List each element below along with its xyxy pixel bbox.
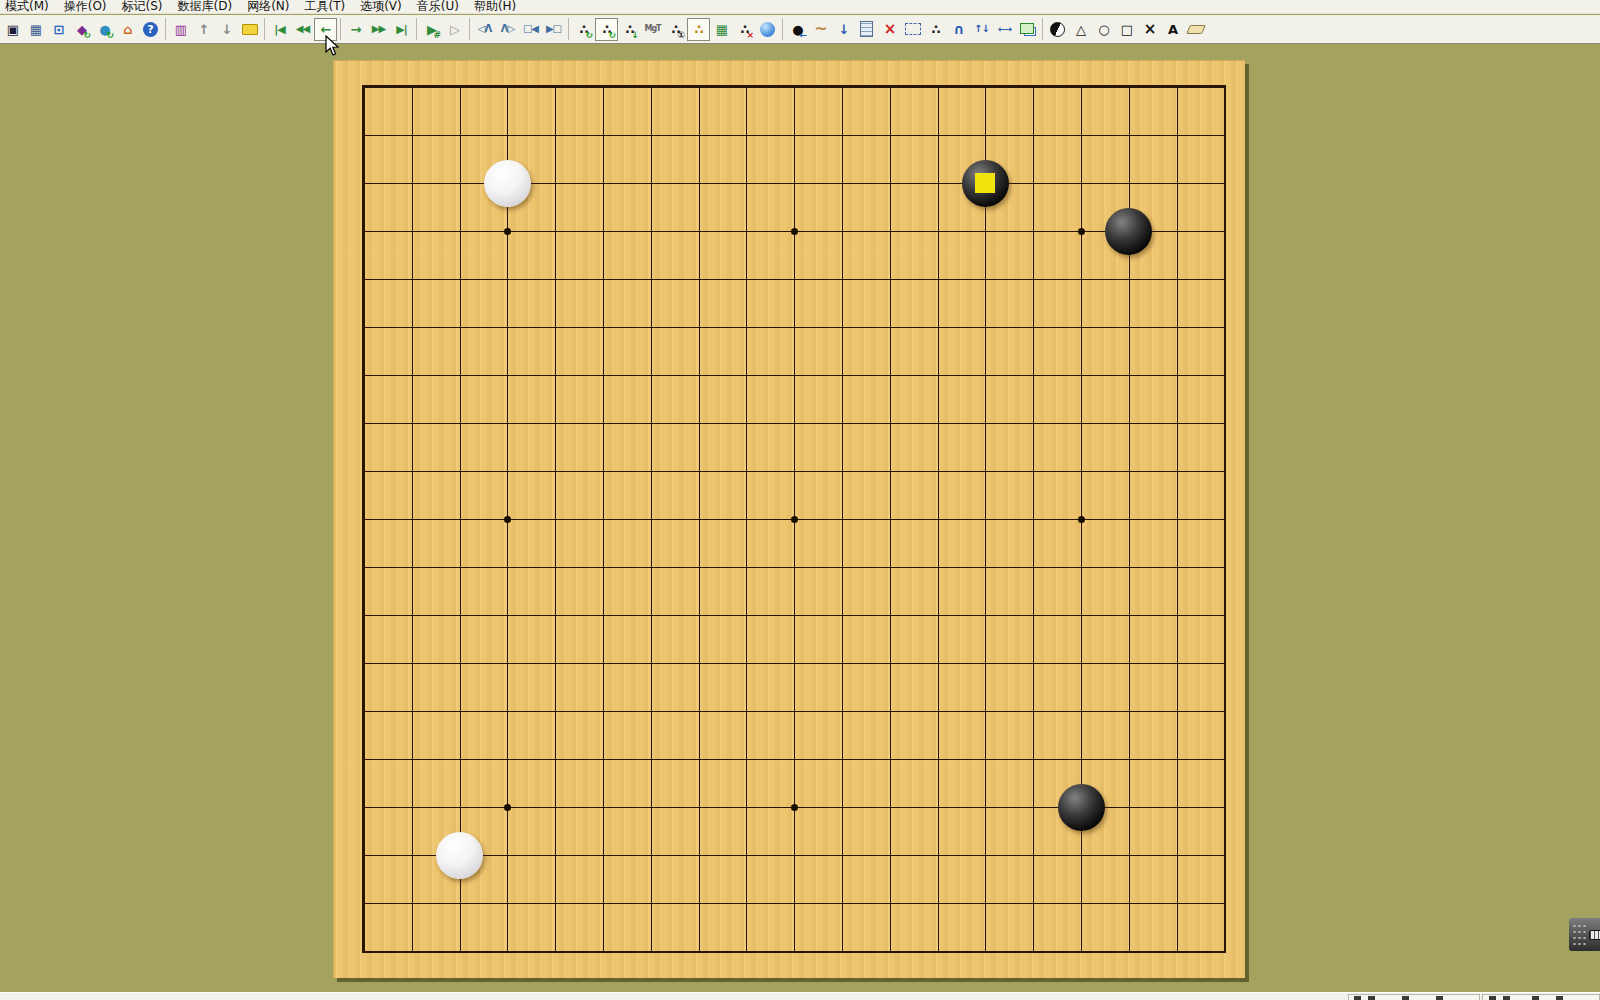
board-cell (699, 183, 747, 231)
board-cell (794, 183, 842, 231)
board-cell (603, 711, 651, 759)
board-cell (842, 663, 890, 711)
board-cell (1033, 855, 1081, 903)
board-cell (1033, 423, 1081, 471)
board-cell (364, 855, 412, 903)
board-cell (1033, 183, 1081, 231)
board-cell (746, 711, 794, 759)
board-cell (1033, 471, 1081, 519)
board-cell (555, 759, 603, 807)
letter-marker-icon[interactable]: A (1161, 18, 1184, 41)
board-cell (412, 87, 460, 135)
board-cell (364, 423, 412, 471)
board-cell (794, 711, 842, 759)
board-cell (364, 903, 412, 951)
board-cell (507, 279, 555, 327)
prev-branch-icon[interactable]: ◁Λ (473, 18, 496, 41)
delete-node-icon[interactable]: × (878, 18, 901, 41)
board-cell (1033, 279, 1081, 327)
board-cell (699, 567, 747, 615)
stone-marker-icon (1050, 22, 1065, 37)
board-cell (1129, 135, 1177, 183)
board-cell (1081, 711, 1129, 759)
toolbar-separator (165, 18, 166, 40)
drag-dots-icon (1572, 923, 1586, 947)
statusbar-icon-sliver (1368, 996, 1375, 1000)
keyboard-icon[interactable] (1589, 930, 1600, 940)
board-cell (460, 903, 508, 951)
board-cell (842, 87, 890, 135)
back-fast-icon[interactable]: ◀◀ (291, 18, 314, 41)
board-cell (555, 279, 603, 327)
mark-dots-icon[interactable]: ∴ (924, 18, 947, 41)
board-cell (555, 183, 603, 231)
menu-item-5[interactable]: 工具(T) (304, 0, 345, 13)
board-cell (890, 519, 938, 567)
board-cell (699, 231, 747, 279)
board-cell (890, 615, 938, 663)
star-point (504, 804, 511, 811)
show-variation-icon[interactable]: ∴ (687, 18, 710, 41)
board-cell (507, 375, 555, 423)
board-cell (699, 855, 747, 903)
board-cell (794, 519, 842, 567)
home-icon[interactable]: ⌂ (116, 18, 139, 41)
first-move-icon[interactable]: |◀ (268, 18, 291, 41)
board-cell (985, 423, 1033, 471)
board-cell (746, 87, 794, 135)
pass-stone-icon[interactable]: ●← (786, 18, 809, 41)
board-cell (1081, 567, 1129, 615)
board-cell (460, 231, 508, 279)
board-cell (364, 759, 412, 807)
goban-window-icon[interactable]: ▦ (710, 18, 733, 41)
board-cell (842, 135, 890, 183)
branch-first-icon[interactable]: □◀ (519, 18, 542, 41)
board-cell (412, 759, 460, 807)
variation-down-icon[interactable]: ∴↓ (618, 18, 641, 41)
board-cell (412, 615, 460, 663)
board-cell (603, 855, 651, 903)
menu-item-7[interactable]: 音乐(U) (417, 0, 459, 13)
app-window: 模式(M)操作(O)标记(S)数据库(D)网络(N)工具(T)选项(V)音乐(U… (0, 0, 1600, 1000)
board-cell (1129, 279, 1177, 327)
menu-item-4[interactable]: 网络(N) (247, 0, 289, 13)
board-cell (842, 567, 890, 615)
move-number-icon[interactable]: ∴① (664, 18, 687, 41)
board-cell (699, 375, 747, 423)
board-cell (555, 903, 603, 951)
rotate-icon[interactable]: ∩ (947, 18, 970, 41)
board-cell (699, 471, 747, 519)
board-cell (1033, 375, 1081, 423)
window-zoom-icon[interactable]: ⊡ (47, 18, 70, 41)
statusbar-panel (1482, 994, 1600, 1000)
board-cell (460, 471, 508, 519)
board-cell (699, 759, 747, 807)
board-cell (1033, 327, 1081, 375)
board-cell (412, 663, 460, 711)
statusbar-icon-sliver (1489, 996, 1496, 1000)
board-cell (412, 471, 460, 519)
web-sync-icon[interactable]: ●↻ (93, 18, 116, 41)
board-cell (890, 87, 938, 135)
delete-variation-icon[interactable]: ∴× (733, 18, 756, 41)
board-cell (938, 87, 986, 135)
board-cell (842, 231, 890, 279)
board-edit-icon[interactable]: ▦ (24, 18, 47, 41)
board-cell (794, 663, 842, 711)
board-cell (651, 519, 699, 567)
statusbar-icon-sliver (1402, 996, 1409, 1000)
eraser-icon (1186, 25, 1206, 34)
auto-answer-icon[interactable]: ∴↻ (595, 18, 618, 41)
board-cell (1129, 471, 1177, 519)
board-cell (1081, 663, 1129, 711)
board-cell (985, 615, 1033, 663)
board-cell (985, 759, 1033, 807)
board-cell (555, 327, 603, 375)
star-point (504, 516, 511, 523)
board-cell (507, 471, 555, 519)
board-cell (364, 327, 412, 375)
board-cell (699, 903, 747, 951)
star-point (1078, 516, 1085, 523)
variation-swap-icon[interactable]: ∴↻ (572, 18, 595, 41)
board-cell (460, 375, 508, 423)
board-cell (1177, 87, 1225, 135)
board-cell (699, 327, 747, 375)
board-cell (985, 279, 1033, 327)
board-cell (507, 855, 555, 903)
board-cell (651, 711, 699, 759)
board-cell (460, 327, 508, 375)
board-cell (651, 615, 699, 663)
board-cell (938, 615, 986, 663)
board-cell (985, 711, 1033, 759)
forward-fast-icon[interactable]: ▶▶ (367, 18, 390, 41)
board-cell (746, 903, 794, 951)
board-cell (412, 279, 460, 327)
board-cell (603, 567, 651, 615)
board-cell (890, 567, 938, 615)
board-cell (603, 519, 651, 567)
board-cell (364, 279, 412, 327)
board-cell (1033, 135, 1081, 183)
board-cell (507, 567, 555, 615)
star-point (791, 516, 798, 523)
board-cell (364, 711, 412, 759)
board-cell (699, 807, 747, 855)
board-cell (746, 807, 794, 855)
board-cell (364, 519, 412, 567)
board-cell (1033, 231, 1081, 279)
board-cell (1033, 87, 1081, 135)
star-point (504, 228, 511, 235)
board-cell (985, 519, 1033, 567)
board-cell (1129, 375, 1177, 423)
select-rect-icon[interactable] (901, 18, 924, 41)
board-cell (603, 327, 651, 375)
board-cell (1129, 327, 1177, 375)
board-cell (746, 327, 794, 375)
board-cell (364, 663, 412, 711)
board-cell (1177, 471, 1225, 519)
board-cell (938, 807, 986, 855)
board-cell (1081, 903, 1129, 951)
board-cell (1177, 375, 1225, 423)
board-cell (460, 519, 508, 567)
board-cell (1081, 519, 1129, 567)
board-cell (555, 519, 603, 567)
board-cell (890, 711, 938, 759)
menu-item-1[interactable]: 操作(O) (64, 0, 107, 13)
board-cell (746, 135, 794, 183)
board-cell (1177, 711, 1225, 759)
star-point (791, 228, 798, 235)
next-game-icon[interactable]: ↓ (215, 18, 238, 41)
statusbar-icon-sliver (1556, 996, 1563, 1000)
board-cell (603, 87, 651, 135)
board-cell (794, 759, 842, 807)
bottom-bar-sliver (0, 992, 1600, 1000)
client-area (0, 45, 1600, 992)
help-icon[interactable]: ? (139, 18, 162, 41)
menu-item-0[interactable]: 模式(M) (5, 0, 49, 13)
board-cell (412, 327, 460, 375)
stone-white-c3 (436, 832, 483, 879)
ime-widget[interactable] (1569, 918, 1600, 951)
board-cell (1177, 231, 1225, 279)
board-cell (603, 807, 651, 855)
flip-horizontal-icon[interactable]: ←→ (993, 18, 1016, 41)
board-cell (746, 231, 794, 279)
board-cell (651, 807, 699, 855)
menu-item-6[interactable]: 选项(V) (360, 0, 402, 13)
board-cell (1177, 519, 1225, 567)
board-cell (985, 855, 1033, 903)
go-board[interactable] (333, 60, 1245, 978)
board-cell (364, 471, 412, 519)
board-cell (651, 87, 699, 135)
board-cell (651, 423, 699, 471)
board-cell (842, 759, 890, 807)
board-cell (1033, 903, 1081, 951)
toolbar-separator (782, 18, 783, 40)
board-cell (746, 471, 794, 519)
circle-marker-icon[interactable]: ○ (1092, 18, 1115, 41)
board-cell (1081, 423, 1129, 471)
wipe-sphere-icon[interactable] (756, 18, 779, 41)
last-move-icon[interactable]: ▶| (390, 18, 413, 41)
statusbar-icon-sliver (1436, 996, 1443, 1000)
autoplay-icon[interactable]: ▷ (443, 18, 466, 41)
square-marker-icon[interactable]: □ (1115, 18, 1138, 41)
board-cell (1033, 615, 1081, 663)
board-cell (842, 327, 890, 375)
board-cell (1177, 615, 1225, 663)
board-cell (794, 375, 842, 423)
eraser-icon[interactable] (1184, 18, 1207, 41)
board-cell (603, 375, 651, 423)
board-cell (842, 615, 890, 663)
board-cell (1177, 807, 1225, 855)
board-cell (938, 759, 986, 807)
cascade-windows-icon (1024, 27, 1036, 36)
toolbar-separator (1042, 18, 1043, 40)
next-branch-icon[interactable]: Λ▷ (496, 18, 519, 41)
board-cell (651, 231, 699, 279)
board-cell (603, 279, 651, 327)
board-cell (460, 279, 508, 327)
board-cell (1129, 663, 1177, 711)
menu-item-2[interactable]: 标记(S) (122, 0, 163, 13)
board-cell (460, 663, 508, 711)
board-cell (890, 423, 938, 471)
board-cell (507, 327, 555, 375)
board-cell (890, 375, 938, 423)
board-cell (938, 231, 986, 279)
board-cell (890, 135, 938, 183)
forward-one-icon[interactable]: → (344, 18, 367, 41)
board-cell (842, 471, 890, 519)
board-cell (794, 903, 842, 951)
board-cell (1129, 759, 1177, 807)
board-cell (651, 375, 699, 423)
count-icon[interactable] (855, 18, 878, 41)
board-cell (1081, 471, 1129, 519)
board-cell (890, 279, 938, 327)
board-cell (938, 519, 986, 567)
board-cell (699, 615, 747, 663)
board-cell (412, 423, 460, 471)
board-cell (1081, 327, 1129, 375)
board-cell (364, 135, 412, 183)
board-cell (890, 471, 938, 519)
put-stone-icon[interactable]: ↓ (832, 18, 855, 41)
board-cell (460, 87, 508, 135)
board-cell (1129, 567, 1177, 615)
database-refresh-icon[interactable]: ◆↻ (70, 18, 93, 41)
board-cell (1033, 711, 1081, 759)
toolbar-separator (568, 18, 569, 40)
board-cell (603, 759, 651, 807)
board-cell (507, 231, 555, 279)
board-cell (1081, 135, 1129, 183)
statusbar-icon-sliver (1354, 996, 1361, 1000)
board-cell (890, 903, 938, 951)
new-board-icon[interactable]: ▣ (1, 18, 24, 41)
board-cell (842, 423, 890, 471)
board-cell (507, 807, 555, 855)
board-cell (507, 759, 555, 807)
board-cell (603, 471, 651, 519)
board-cell (555, 423, 603, 471)
board-cell (1129, 423, 1177, 471)
stone-marker-icon[interactable] (1046, 18, 1069, 41)
board-cell (794, 327, 842, 375)
board-cell (555, 231, 603, 279)
board-cell (555, 87, 603, 135)
board-cell (794, 615, 842, 663)
board-cell (985, 327, 1033, 375)
board-cell (507, 519, 555, 567)
board-cell (794, 807, 842, 855)
cross-marker-icon[interactable]: × (1138, 18, 1161, 41)
board-cell (985, 231, 1033, 279)
board-cell (794, 471, 842, 519)
board-cell (794, 855, 842, 903)
board-cell (985, 471, 1033, 519)
board-cell (555, 471, 603, 519)
menu-item-8[interactable]: 帮助(H) (474, 0, 516, 13)
board-cell (1129, 807, 1177, 855)
mouse-cursor (325, 35, 341, 57)
board-cell (364, 375, 412, 423)
board-cell (699, 663, 747, 711)
board-cell (555, 375, 603, 423)
board-cell (890, 663, 938, 711)
board-cell (1177, 759, 1225, 807)
board-cell (746, 567, 794, 615)
prev-game-icon[interactable]: ↑ (192, 18, 215, 41)
count-icon (860, 21, 873, 37)
board-cell (842, 711, 890, 759)
help-icon: ? (143, 22, 158, 37)
mgt-icon[interactable]: MgT (641, 18, 664, 41)
board-cell (842, 855, 890, 903)
board-cell (364, 87, 412, 135)
board-cell (938, 375, 986, 423)
board-cell (1033, 663, 1081, 711)
menu-item-3[interactable]: 数据库(D) (178, 0, 233, 13)
board-cell (746, 375, 794, 423)
triangle-marker-icon[interactable]: △ (1069, 18, 1092, 41)
board-grid[interactable] (362, 85, 1226, 953)
board-cell (746, 855, 794, 903)
board-cell (794, 423, 842, 471)
menu-bar: 模式(M)操作(O)标记(S)数据库(D)网络(N)工具(T)选项(V)音乐(U… (0, 0, 1600, 14)
board-cell (1081, 615, 1129, 663)
goto-move-icon[interactable]: ▶# (420, 18, 443, 41)
board-cell (603, 135, 651, 183)
board-cell (603, 183, 651, 231)
board-cell (1177, 135, 1225, 183)
board-cell (651, 327, 699, 375)
goto-folder-icon[interactable] (238, 18, 261, 41)
board-cell (890, 759, 938, 807)
book-icon[interactable]: ▥ (169, 18, 192, 41)
flip-vertical-icon[interactable]: ↑↓ (970, 18, 993, 41)
board-cell (460, 567, 508, 615)
board-cell (794, 567, 842, 615)
board-cell (1129, 615, 1177, 663)
board-cell (1033, 519, 1081, 567)
toolbar-separator (416, 18, 417, 40)
board-cell (938, 711, 986, 759)
board-cell (651, 471, 699, 519)
board-cell (1081, 279, 1129, 327)
board-cell (460, 711, 508, 759)
board-cell (1081, 87, 1129, 135)
board-cell (651, 663, 699, 711)
cascade-windows-icon[interactable] (1016, 18, 1039, 41)
hand-icon[interactable]: ~ (809, 18, 832, 41)
branch-last-icon[interactable]: ▶□ (542, 18, 565, 41)
stone-black-q4 (1058, 784, 1105, 831)
board-cell (794, 279, 842, 327)
board-cell (985, 87, 1033, 135)
